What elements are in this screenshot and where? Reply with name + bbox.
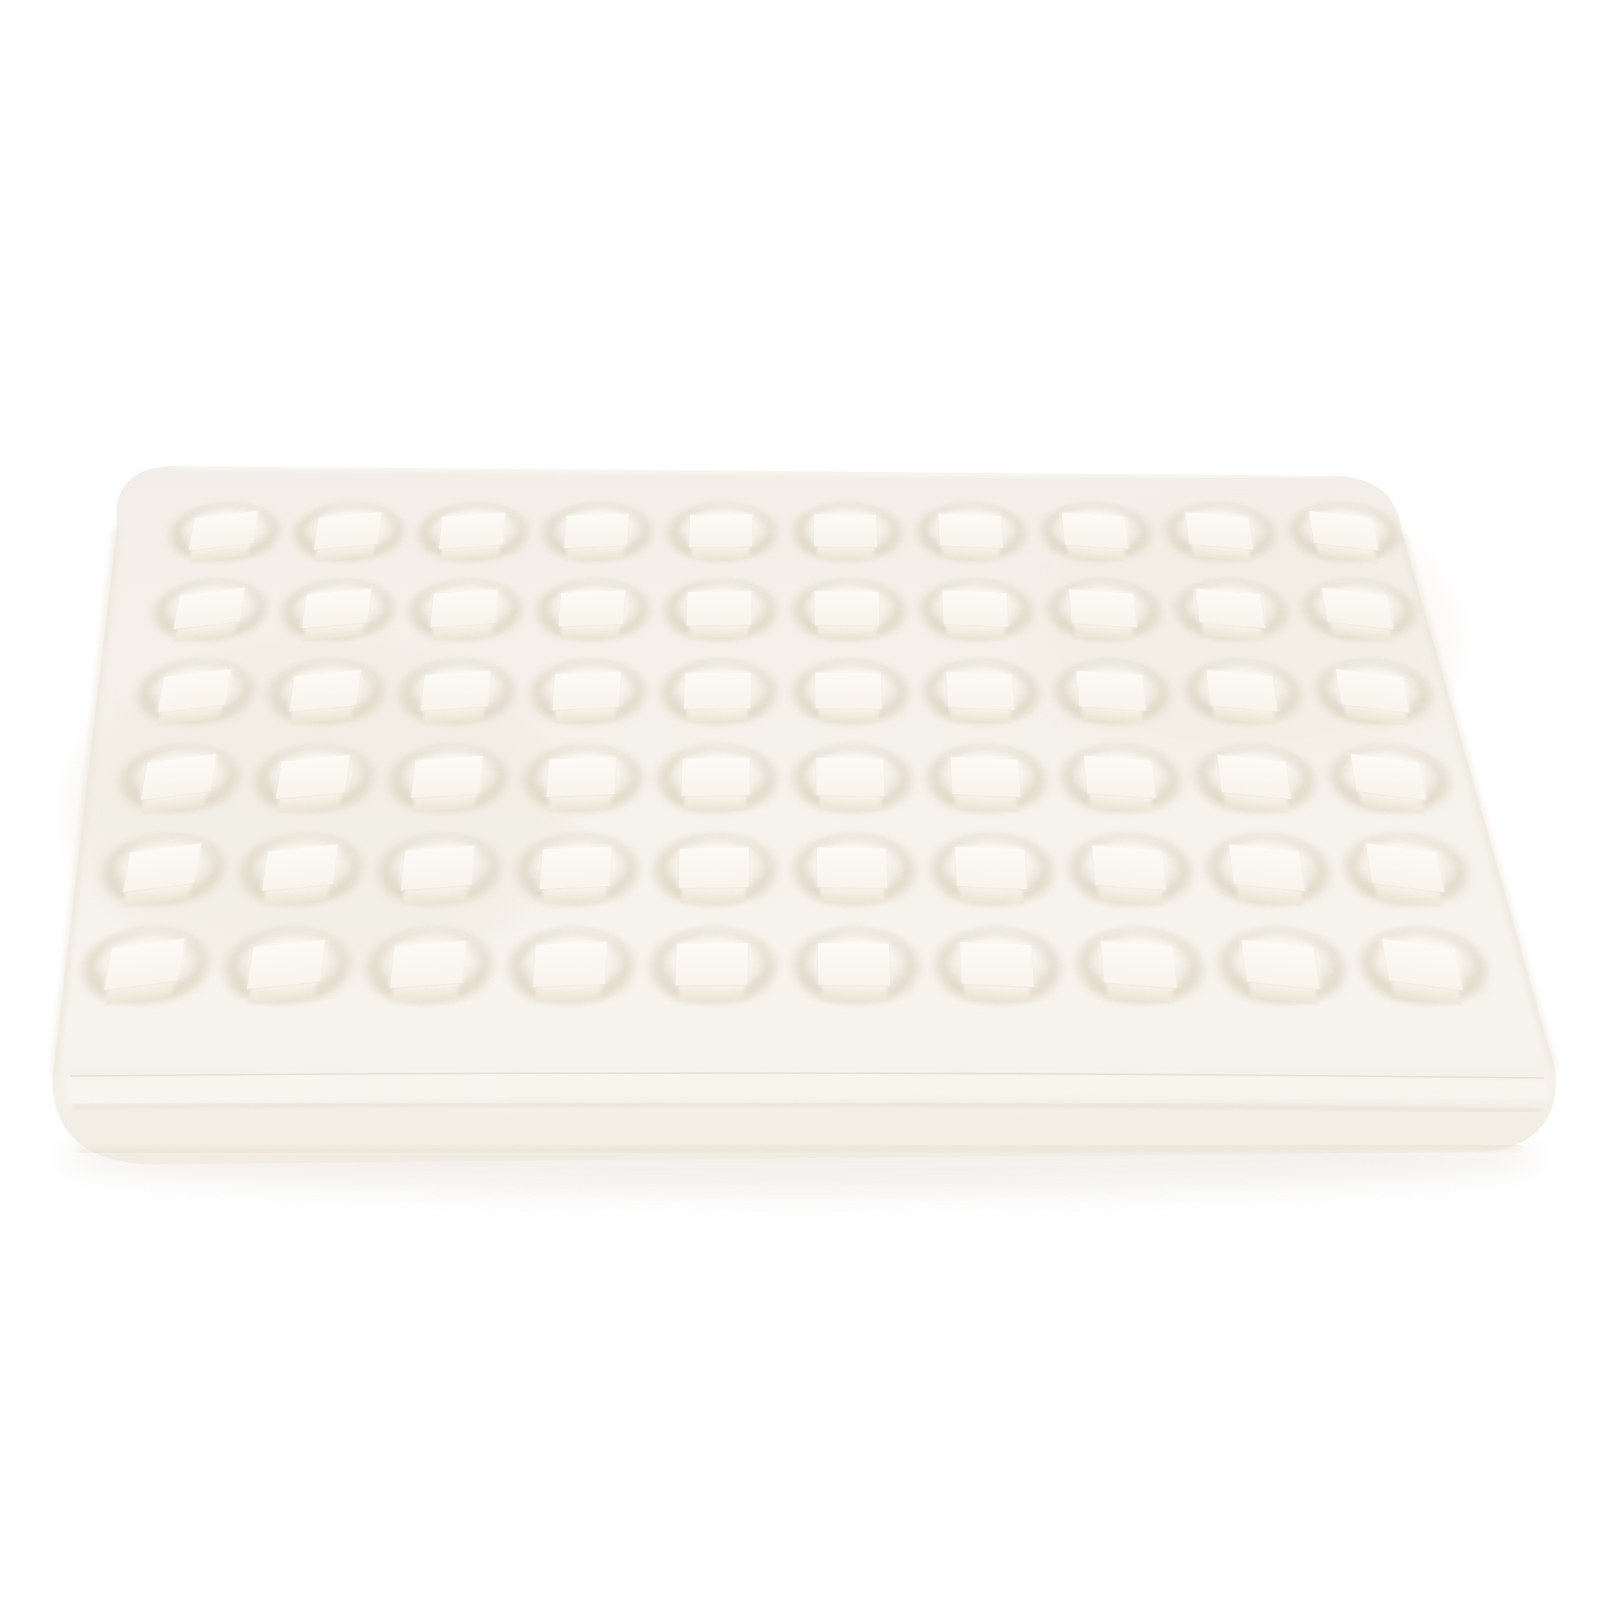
gem-cavity bbox=[925, 924, 1073, 1023]
gem-cavity bbox=[1330, 830, 1486, 924]
gem-facet bbox=[687, 591, 751, 625]
gem-facet bbox=[938, 514, 1002, 548]
gem-cavity bbox=[267, 576, 406, 656]
gem-cavity bbox=[532, 500, 661, 576]
gem-cavity bbox=[1183, 741, 1330, 830]
gem-bezel bbox=[817, 546, 875, 560]
gem-cavity bbox=[526, 576, 659, 656]
gem-cavity bbox=[406, 500, 538, 576]
gem-facet bbox=[390, 941, 466, 988]
gem-facet bbox=[942, 591, 1008, 627]
gem-facet bbox=[689, 514, 752, 547]
gem-cavity bbox=[908, 500, 1037, 576]
gem-bezel bbox=[820, 794, 883, 810]
gem-bezel bbox=[689, 624, 748, 639]
gem-facet bbox=[1217, 755, 1290, 799]
gem-facet bbox=[1195, 589, 1264, 629]
gem-cavity bbox=[83, 830, 239, 924]
gem-facet bbox=[1206, 670, 1277, 712]
gem-cavity bbox=[1163, 576, 1302, 656]
gem-cavity bbox=[102, 741, 253, 830]
gem-cavity bbox=[644, 830, 784, 924]
gem-cavity bbox=[512, 741, 652, 830]
gem-facet bbox=[1092, 846, 1165, 890]
gem-cavity bbox=[785, 741, 921, 830]
gem-cavity bbox=[496, 924, 644, 1023]
gem-facet bbox=[679, 848, 749, 888]
gem-cavity bbox=[396, 576, 532, 656]
gem-facet bbox=[247, 940, 325, 989]
gem-facet bbox=[955, 847, 1027, 889]
gem-facet bbox=[1084, 756, 1155, 798]
gem-bezel bbox=[692, 546, 750, 560]
gem-cavity bbox=[120, 656, 267, 740]
gem-facet bbox=[1076, 671, 1145, 711]
gem-cavity bbox=[1154, 500, 1289, 576]
gem-bezel bbox=[678, 983, 744, 1001]
gem-cavity bbox=[914, 656, 1050, 740]
product-photo-stage bbox=[0, 0, 1600, 1600]
gem-cavity bbox=[253, 656, 396, 740]
gem-cavity bbox=[207, 924, 363, 1023]
gem-cavity bbox=[658, 500, 784, 576]
gem-cavity bbox=[153, 500, 292, 576]
gem-facet bbox=[950, 757, 1020, 797]
gem-facet bbox=[421, 671, 490, 711]
gem-cavity bbox=[137, 576, 279, 656]
gem-facet bbox=[946, 672, 1014, 710]
gem-cavity bbox=[352, 924, 504, 1023]
gem-facet bbox=[1068, 590, 1136, 628]
gem-cavity bbox=[1289, 576, 1431, 656]
gem-bezel bbox=[821, 886, 885, 903]
gem-facet bbox=[314, 512, 382, 550]
gem-facet bbox=[684, 672, 750, 708]
gem-cavity bbox=[785, 924, 929, 1023]
gem-cavity bbox=[1065, 924, 1217, 1023]
gem-cavity bbox=[1205, 924, 1361, 1023]
gem-bezel bbox=[681, 886, 745, 903]
gem-cavity bbox=[1346, 924, 1506, 1023]
gem-facet bbox=[1061, 513, 1127, 549]
gem-bezel bbox=[822, 983, 888, 1001]
gem-facet bbox=[814, 514, 877, 547]
gem-cavity bbox=[1302, 656, 1449, 740]
gem-cavity bbox=[364, 830, 512, 924]
gem-facet bbox=[817, 848, 887, 888]
gem-facet bbox=[401, 846, 475, 890]
gem-facet bbox=[815, 591, 879, 625]
gem-facet bbox=[547, 757, 617, 797]
gem-bezel bbox=[687, 707, 748, 722]
gem-cavity bbox=[911, 576, 1044, 656]
gem-facet bbox=[533, 942, 607, 987]
gem-cavity bbox=[223, 830, 375, 924]
gem-facet bbox=[564, 514, 628, 548]
gem-facet bbox=[276, 755, 349, 799]
gem-bezel bbox=[818, 624, 877, 639]
gem-facet bbox=[676, 943, 748, 986]
gem-facet bbox=[1185, 512, 1253, 550]
gem-facet bbox=[540, 847, 612, 889]
gem-facet bbox=[553, 672, 621, 710]
gem-facet bbox=[559, 591, 625, 627]
gem-cavity bbox=[655, 576, 784, 656]
gem-facet bbox=[818, 943, 890, 986]
gem-cavity bbox=[1037, 576, 1173, 656]
gem-cavity bbox=[1031, 500, 1163, 576]
gem-cavity bbox=[640, 924, 784, 1023]
gem-cavity bbox=[1057, 830, 1205, 924]
gem-cavity bbox=[375, 741, 519, 830]
gem-cavity bbox=[1173, 656, 1316, 740]
gem-cavity bbox=[519, 656, 655, 740]
gem-cavity bbox=[652, 656, 785, 740]
gem-bezel bbox=[819, 707, 880, 722]
gem-cavity bbox=[63, 924, 223, 1023]
gem-facet bbox=[430, 590, 498, 628]
gem-cavity bbox=[1316, 741, 1467, 830]
gem-cavity bbox=[1043, 656, 1183, 740]
gem-cavity bbox=[1194, 830, 1346, 924]
gem-cavity bbox=[280, 500, 415, 576]
gem-facet bbox=[1241, 940, 1319, 989]
gem-cavity bbox=[921, 830, 1065, 924]
gem-facet bbox=[262, 845, 338, 891]
gem-facet bbox=[682, 758, 750, 796]
gem-cavity bbox=[386, 656, 526, 740]
gem-facet bbox=[411, 756, 482, 798]
gem-bezel bbox=[684, 794, 747, 810]
gem-cavity bbox=[1277, 500, 1416, 576]
gem-cavity bbox=[785, 500, 911, 576]
gem-cavity bbox=[648, 741, 785, 830]
mold-grid bbox=[29, 468, 1539, 1080]
gem-facet bbox=[1100, 941, 1176, 988]
gem-cavity bbox=[917, 741, 1057, 830]
gem-facet bbox=[302, 589, 371, 629]
gem-facet bbox=[1229, 845, 1305, 891]
gem-cavity bbox=[785, 656, 918, 740]
gem-facet bbox=[439, 513, 505, 549]
gem-cavity bbox=[785, 576, 914, 656]
gem-facet bbox=[816, 672, 882, 708]
gem-facet bbox=[959, 942, 1033, 987]
gem-cavity bbox=[785, 830, 925, 924]
gem-cavity bbox=[504, 830, 648, 924]
gem-facet bbox=[817, 758, 885, 796]
gem-cavity bbox=[1050, 741, 1194, 830]
gem-facet bbox=[289, 670, 360, 712]
gem-cavity bbox=[239, 741, 386, 830]
